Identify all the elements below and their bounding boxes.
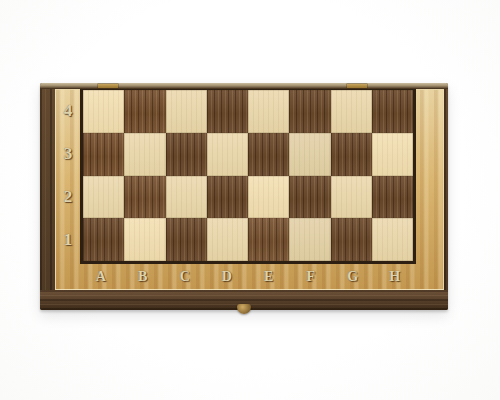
square-c2 <box>166 176 207 219</box>
square-g4 <box>331 90 372 133</box>
rank-label-3: 3 <box>56 133 80 176</box>
file-label-a: A <box>80 266 122 288</box>
hinge-icon-left <box>98 84 118 88</box>
latch-knob <box>237 304 251 314</box>
rank-labels: 4321 <box>56 90 80 261</box>
chess-box: 4321 ABCDEFGH <box>40 83 448 310</box>
square-f1 <box>289 218 330 261</box>
square-h4 <box>372 90 413 133</box>
square-b2 <box>124 176 165 219</box>
chess-board <box>80 89 416 264</box>
square-e2 <box>248 176 289 219</box>
square-b1 <box>124 218 165 261</box>
hinge-icon-right <box>347 84 367 88</box>
square-d1 <box>207 218 248 261</box>
file-label-c: C <box>164 266 206 288</box>
square-g3 <box>331 133 372 176</box>
file-label-h: H <box>374 266 416 288</box>
square-a3 <box>83 133 124 176</box>
square-a1 <box>83 218 124 261</box>
walnut-frame-right <box>444 89 448 290</box>
square-b4 <box>124 90 165 133</box>
rank-label-4: 4 <box>56 90 80 133</box>
file-label-g: G <box>332 266 374 288</box>
square-a4 <box>83 90 124 133</box>
walnut-frame-left <box>40 89 55 290</box>
square-f3 <box>289 133 330 176</box>
square-h2 <box>372 176 413 219</box>
file-labels: ABCDEFGH <box>80 266 416 288</box>
square-f4 <box>289 90 330 133</box>
file-label-b: B <box>122 266 164 288</box>
box-front-edge <box>40 290 448 310</box>
square-h3 <box>372 133 413 176</box>
square-d4 <box>207 90 248 133</box>
file-label-f: F <box>290 266 332 288</box>
square-e3 <box>248 133 289 176</box>
square-f2 <box>289 176 330 219</box>
square-c3 <box>166 133 207 176</box>
square-d3 <box>207 133 248 176</box>
square-d2 <box>207 176 248 219</box>
square-e4 <box>248 90 289 133</box>
rank-label-2: 2 <box>56 176 80 219</box>
square-g1 <box>331 218 372 261</box>
square-e1 <box>248 218 289 261</box>
product-photo-background: 4321 ABCDEFGH <box>0 0 500 400</box>
rank-label-1: 1 <box>56 218 80 261</box>
square-c1 <box>166 218 207 261</box>
square-a2 <box>83 176 124 219</box>
square-g2 <box>331 176 372 219</box>
file-label-e: E <box>248 266 290 288</box>
square-b3 <box>124 133 165 176</box>
file-label-d: D <box>206 266 248 288</box>
square-h1 <box>372 218 413 261</box>
square-c4 <box>166 90 207 133</box>
